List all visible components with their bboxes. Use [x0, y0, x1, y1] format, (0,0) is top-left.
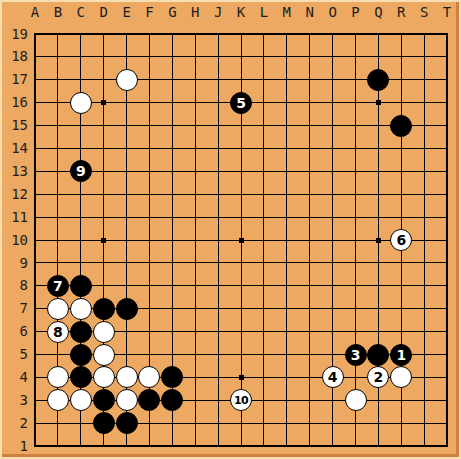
intersection-F15[interactable]	[138, 114, 161, 137]
intersection-B9[interactable]	[46, 252, 69, 275]
intersection-N3[interactable]	[298, 389, 321, 412]
intersection-H18[interactable]	[184, 45, 207, 68]
intersection-O11[interactable]	[321, 206, 344, 229]
intersection-C18[interactable]	[69, 45, 92, 68]
intersection-L2[interactable]	[253, 412, 276, 435]
intersection-E1[interactable]	[115, 435, 138, 458]
intersection-B13[interactable]	[46, 160, 69, 183]
intersection-E4[interactable]	[115, 366, 138, 389]
intersection-G19[interactable]	[161, 23, 184, 46]
intersection-H8[interactable]	[184, 274, 207, 297]
intersection-P7[interactable]	[344, 297, 367, 320]
intersection-G16[interactable]	[161, 91, 184, 114]
intersection-S12[interactable]	[413, 183, 436, 206]
intersection-H19[interactable]	[184, 23, 207, 46]
intersection-C8[interactable]	[69, 274, 92, 297]
intersection-Q19[interactable]	[367, 23, 390, 46]
intersection-A11[interactable]	[24, 206, 47, 229]
intersection-J12[interactable]	[207, 183, 230, 206]
intersection-N15[interactable]	[298, 114, 321, 137]
intersection-D3[interactable]	[92, 389, 115, 412]
intersection-M19[interactable]	[275, 23, 298, 46]
intersection-R12[interactable]	[390, 183, 413, 206]
intersection-L7[interactable]	[253, 297, 276, 320]
intersection-T18[interactable]	[436, 45, 459, 68]
intersection-B11[interactable]	[46, 206, 69, 229]
intersection-Q10[interactable]	[367, 229, 390, 252]
intersection-T2[interactable]	[436, 412, 459, 435]
intersection-L10[interactable]	[253, 229, 276, 252]
intersection-T14[interactable]	[436, 137, 459, 160]
intersection-D17[interactable]	[92, 68, 115, 91]
intersection-G12[interactable]	[161, 183, 184, 206]
intersection-T4[interactable]	[436, 366, 459, 389]
intersection-B2[interactable]	[46, 412, 69, 435]
intersection-M9[interactable]	[275, 252, 298, 275]
intersection-G10[interactable]	[161, 229, 184, 252]
intersection-E10[interactable]	[115, 229, 138, 252]
intersection-L4[interactable]	[253, 366, 276, 389]
intersection-H1[interactable]	[184, 435, 207, 458]
intersection-B1[interactable]	[46, 435, 69, 458]
intersection-M1[interactable]	[275, 435, 298, 458]
intersection-D4[interactable]	[92, 366, 115, 389]
intersection-M8[interactable]	[275, 274, 298, 297]
intersection-M14[interactable]	[275, 137, 298, 160]
intersection-N18[interactable]	[298, 45, 321, 68]
intersection-O6[interactable]	[321, 320, 344, 343]
intersection-R5[interactable]: 1	[390, 343, 413, 366]
intersection-N13[interactable]	[298, 160, 321, 183]
intersection-Q4[interactable]: 2	[367, 366, 390, 389]
intersection-P13[interactable]	[344, 160, 367, 183]
intersection-N1[interactable]	[298, 435, 321, 458]
intersection-H9[interactable]	[184, 252, 207, 275]
intersection-C14[interactable]	[69, 137, 92, 160]
intersection-A6[interactable]	[24, 320, 47, 343]
intersection-T1[interactable]	[436, 435, 459, 458]
intersection-D15[interactable]	[92, 114, 115, 137]
intersection-S10[interactable]	[413, 229, 436, 252]
intersection-G7[interactable]	[161, 297, 184, 320]
intersection-D8[interactable]	[92, 274, 115, 297]
intersection-R8[interactable]	[390, 274, 413, 297]
intersection-S6[interactable]	[413, 320, 436, 343]
intersection-B15[interactable]	[46, 114, 69, 137]
intersection-A19[interactable]	[24, 23, 47, 46]
intersection-E8[interactable]	[115, 274, 138, 297]
intersection-F18[interactable]	[138, 45, 161, 68]
intersection-R16[interactable]	[390, 91, 413, 114]
intersection-O5[interactable]	[321, 343, 344, 366]
intersection-K7[interactable]	[230, 297, 253, 320]
intersection-Q15[interactable]	[367, 114, 390, 137]
intersection-O17[interactable]	[321, 68, 344, 91]
intersection-C17[interactable]	[69, 68, 92, 91]
intersection-N4[interactable]	[298, 366, 321, 389]
intersection-E12[interactable]	[115, 183, 138, 206]
intersection-B7[interactable]	[46, 297, 69, 320]
intersection-Q14[interactable]	[367, 137, 390, 160]
intersection-N9[interactable]	[298, 252, 321, 275]
intersection-N19[interactable]	[298, 23, 321, 46]
intersection-T17[interactable]	[436, 68, 459, 91]
intersection-A10[interactable]	[24, 229, 47, 252]
intersection-D18[interactable]	[92, 45, 115, 68]
intersection-P10[interactable]	[344, 229, 367, 252]
intersection-E9[interactable]	[115, 252, 138, 275]
intersection-Q17[interactable]	[367, 68, 390, 91]
intersection-O10[interactable]	[321, 229, 344, 252]
intersection-S1[interactable]	[413, 435, 436, 458]
intersection-Q7[interactable]	[367, 297, 390, 320]
intersection-B19[interactable]	[46, 23, 69, 46]
intersection-K4[interactable]	[230, 366, 253, 389]
intersection-M17[interactable]	[275, 68, 298, 91]
intersection-S9[interactable]	[413, 252, 436, 275]
intersection-R3[interactable]	[390, 389, 413, 412]
intersection-C3[interactable]	[69, 389, 92, 412]
intersection-L11[interactable]	[253, 206, 276, 229]
intersection-A15[interactable]	[24, 114, 47, 137]
intersection-O9[interactable]	[321, 252, 344, 275]
intersection-Q6[interactable]	[367, 320, 390, 343]
intersection-D16[interactable]	[92, 91, 115, 114]
intersection-K8[interactable]	[230, 274, 253, 297]
intersection-K16[interactable]: 5	[230, 91, 253, 114]
intersection-L14[interactable]	[253, 137, 276, 160]
intersection-L19[interactable]	[253, 23, 276, 46]
intersection-T13[interactable]	[436, 160, 459, 183]
intersection-D11[interactable]	[92, 206, 115, 229]
intersection-R9[interactable]	[390, 252, 413, 275]
intersection-S8[interactable]	[413, 274, 436, 297]
intersection-N12[interactable]	[298, 183, 321, 206]
intersection-F10[interactable]	[138, 229, 161, 252]
intersection-A16[interactable]	[24, 91, 47, 114]
intersection-F12[interactable]	[138, 183, 161, 206]
intersection-E19[interactable]	[115, 23, 138, 46]
intersection-C6[interactable]	[69, 320, 92, 343]
intersection-A8[interactable]	[24, 274, 47, 297]
intersection-K5[interactable]	[230, 343, 253, 366]
intersection-L6[interactable]	[253, 320, 276, 343]
intersection-C9[interactable]	[69, 252, 92, 275]
intersection-A1[interactable]	[24, 435, 47, 458]
intersection-M6[interactable]	[275, 320, 298, 343]
intersection-P14[interactable]	[344, 137, 367, 160]
intersection-J16[interactable]	[207, 91, 230, 114]
intersection-S3[interactable]	[413, 389, 436, 412]
intersection-H4[interactable]	[184, 366, 207, 389]
intersection-L3[interactable]	[253, 389, 276, 412]
intersection-O12[interactable]	[321, 183, 344, 206]
intersection-M18[interactable]	[275, 45, 298, 68]
intersection-R19[interactable]	[390, 23, 413, 46]
intersection-T15[interactable]	[436, 114, 459, 137]
intersection-N6[interactable]	[298, 320, 321, 343]
intersection-G15[interactable]	[161, 114, 184, 137]
intersection-A12[interactable]	[24, 183, 47, 206]
intersection-K19[interactable]	[230, 23, 253, 46]
intersection-C11[interactable]	[69, 206, 92, 229]
intersection-P12[interactable]	[344, 183, 367, 206]
intersection-O15[interactable]	[321, 114, 344, 137]
intersection-O1[interactable]	[321, 435, 344, 458]
intersection-A7[interactable]	[24, 297, 47, 320]
intersection-B10[interactable]	[46, 229, 69, 252]
intersection-L9[interactable]	[253, 252, 276, 275]
intersection-T8[interactable]	[436, 274, 459, 297]
intersection-A13[interactable]	[24, 160, 47, 183]
intersection-B6[interactable]: 8	[46, 320, 69, 343]
intersection-D1[interactable]	[92, 435, 115, 458]
intersection-R17[interactable]	[390, 68, 413, 91]
intersection-P19[interactable]	[344, 23, 367, 46]
intersection-Q2[interactable]	[367, 412, 390, 435]
intersection-S18[interactable]	[413, 45, 436, 68]
intersection-H3[interactable]	[184, 389, 207, 412]
intersection-F19[interactable]	[138, 23, 161, 46]
intersection-K11[interactable]	[230, 206, 253, 229]
intersection-R18[interactable]	[390, 45, 413, 68]
intersection-B14[interactable]	[46, 137, 69, 160]
intersection-K18[interactable]	[230, 45, 253, 68]
intersection-G17[interactable]	[161, 68, 184, 91]
intersection-F13[interactable]	[138, 160, 161, 183]
intersection-Q1[interactable]	[367, 435, 390, 458]
intersection-S14[interactable]	[413, 137, 436, 160]
intersection-E2[interactable]	[115, 412, 138, 435]
intersection-M16[interactable]	[275, 91, 298, 114]
intersection-T12[interactable]	[436, 183, 459, 206]
intersection-C4[interactable]	[69, 366, 92, 389]
intersection-R1[interactable]	[390, 435, 413, 458]
intersection-S7[interactable]	[413, 297, 436, 320]
intersection-K12[interactable]	[230, 183, 253, 206]
intersection-P3[interactable]	[344, 389, 367, 412]
intersection-Q8[interactable]	[367, 274, 390, 297]
intersection-T10[interactable]	[436, 229, 459, 252]
intersection-G18[interactable]	[161, 45, 184, 68]
intersection-D12[interactable]	[92, 183, 115, 206]
intersection-K3[interactable]: 10	[230, 389, 253, 412]
intersection-R13[interactable]	[390, 160, 413, 183]
intersection-R11[interactable]	[390, 206, 413, 229]
intersection-P16[interactable]	[344, 91, 367, 114]
intersection-H16[interactable]	[184, 91, 207, 114]
intersection-J11[interactable]	[207, 206, 230, 229]
intersection-E15[interactable]	[115, 114, 138, 137]
intersection-A5[interactable]	[24, 343, 47, 366]
intersection-C2[interactable]	[69, 412, 92, 435]
intersection-D10[interactable]	[92, 229, 115, 252]
intersection-P6[interactable]	[344, 320, 367, 343]
intersection-O2[interactable]	[321, 412, 344, 435]
intersection-G14[interactable]	[161, 137, 184, 160]
intersection-O16[interactable]	[321, 91, 344, 114]
intersection-J3[interactable]	[207, 389, 230, 412]
intersection-N7[interactable]	[298, 297, 321, 320]
intersection-E3[interactable]	[115, 389, 138, 412]
intersection-K13[interactable]	[230, 160, 253, 183]
intersection-G9[interactable]	[161, 252, 184, 275]
intersection-H2[interactable]	[184, 412, 207, 435]
intersection-F4[interactable]	[138, 366, 161, 389]
intersection-N2[interactable]	[298, 412, 321, 435]
intersection-Q5[interactable]	[367, 343, 390, 366]
intersection-L8[interactable]	[253, 274, 276, 297]
intersection-S16[interactable]	[413, 91, 436, 114]
intersection-N11[interactable]	[298, 206, 321, 229]
intersection-P1[interactable]	[344, 435, 367, 458]
intersection-Q16[interactable]	[367, 91, 390, 114]
intersection-N17[interactable]	[298, 68, 321, 91]
intersection-A3[interactable]	[24, 389, 47, 412]
intersection-R4[interactable]	[390, 366, 413, 389]
intersection-G11[interactable]	[161, 206, 184, 229]
intersection-H6[interactable]	[184, 320, 207, 343]
intersection-A2[interactable]	[24, 412, 47, 435]
intersection-R2[interactable]	[390, 412, 413, 435]
intersection-L12[interactable]	[253, 183, 276, 206]
intersection-C7[interactable]	[69, 297, 92, 320]
intersection-J7[interactable]	[207, 297, 230, 320]
intersection-F5[interactable]	[138, 343, 161, 366]
intersection-K14[interactable]	[230, 137, 253, 160]
intersection-J2[interactable]	[207, 412, 230, 435]
intersection-C10[interactable]	[69, 229, 92, 252]
intersection-F3[interactable]	[138, 389, 161, 412]
intersection-J19[interactable]	[207, 23, 230, 46]
intersection-B18[interactable]	[46, 45, 69, 68]
intersection-B5[interactable]	[46, 343, 69, 366]
intersection-N14[interactable]	[298, 137, 321, 160]
intersection-M15[interactable]	[275, 114, 298, 137]
intersection-J4[interactable]	[207, 366, 230, 389]
intersection-H14[interactable]	[184, 137, 207, 160]
intersection-H17[interactable]	[184, 68, 207, 91]
intersection-E7[interactable]	[115, 297, 138, 320]
intersection-E13[interactable]	[115, 160, 138, 183]
intersection-J15[interactable]	[207, 114, 230, 137]
intersection-E16[interactable]	[115, 91, 138, 114]
intersection-T5[interactable]	[436, 343, 459, 366]
intersection-S15[interactable]	[413, 114, 436, 137]
intersection-D6[interactable]	[92, 320, 115, 343]
intersection-B12[interactable]	[46, 183, 69, 206]
intersection-J14[interactable]	[207, 137, 230, 160]
intersection-E18[interactable]	[115, 45, 138, 68]
intersection-O4[interactable]: 4	[321, 366, 344, 389]
intersection-L5[interactable]	[253, 343, 276, 366]
intersection-F2[interactable]	[138, 412, 161, 435]
intersection-K10[interactable]	[230, 229, 253, 252]
intersection-G6[interactable]	[161, 320, 184, 343]
intersection-F17[interactable]	[138, 68, 161, 91]
intersection-R6[interactable]	[390, 320, 413, 343]
intersection-P2[interactable]	[344, 412, 367, 435]
intersection-L13[interactable]	[253, 160, 276, 183]
intersection-G2[interactable]	[161, 412, 184, 435]
intersection-C16[interactable]	[69, 91, 92, 114]
intersection-Q18[interactable]	[367, 45, 390, 68]
intersection-P17[interactable]	[344, 68, 367, 91]
intersection-F9[interactable]	[138, 252, 161, 275]
intersection-D2[interactable]	[92, 412, 115, 435]
intersection-S17[interactable]	[413, 68, 436, 91]
intersection-T19[interactable]	[436, 23, 459, 46]
intersection-F16[interactable]	[138, 91, 161, 114]
intersection-S11[interactable]	[413, 206, 436, 229]
intersection-N10[interactable]	[298, 229, 321, 252]
intersection-C1[interactable]	[69, 435, 92, 458]
intersection-O19[interactable]	[321, 23, 344, 46]
intersection-L16[interactable]	[253, 91, 276, 114]
intersection-O8[interactable]	[321, 274, 344, 297]
intersection-T7[interactable]	[436, 297, 459, 320]
intersection-O7[interactable]	[321, 297, 344, 320]
intersection-A4[interactable]	[24, 366, 47, 389]
intersection-Q11[interactable]	[367, 206, 390, 229]
intersection-F7[interactable]	[138, 297, 161, 320]
intersection-L18[interactable]	[253, 45, 276, 68]
intersection-P18[interactable]	[344, 45, 367, 68]
intersection-B3[interactable]	[46, 389, 69, 412]
intersection-C15[interactable]	[69, 114, 92, 137]
intersection-O13[interactable]	[321, 160, 344, 183]
intersection-J1[interactable]	[207, 435, 230, 458]
intersection-D13[interactable]	[92, 160, 115, 183]
intersection-P11[interactable]	[344, 206, 367, 229]
intersection-T3[interactable]	[436, 389, 459, 412]
intersection-B8[interactable]: 7	[46, 274, 69, 297]
intersection-S19[interactable]	[413, 23, 436, 46]
intersection-M4[interactable]	[275, 366, 298, 389]
intersection-A9[interactable]	[24, 252, 47, 275]
intersection-C13[interactable]: 9	[69, 160, 92, 183]
intersection-D9[interactable]	[92, 252, 115, 275]
intersection-K2[interactable]	[230, 412, 253, 435]
intersection-G3[interactable]	[161, 389, 184, 412]
intersection-H13[interactable]	[184, 160, 207, 183]
intersection-N16[interactable]	[298, 91, 321, 114]
intersection-A17[interactable]	[24, 68, 47, 91]
intersection-H10[interactable]	[184, 229, 207, 252]
intersection-R14[interactable]	[390, 137, 413, 160]
intersection-T11[interactable]	[436, 206, 459, 229]
intersection-J17[interactable]	[207, 68, 230, 91]
intersection-T16[interactable]	[436, 91, 459, 114]
intersection-Q12[interactable]	[367, 183, 390, 206]
intersection-C5[interactable]	[69, 343, 92, 366]
intersection-P8[interactable]	[344, 274, 367, 297]
intersection-B16[interactable]	[46, 91, 69, 114]
intersection-C12[interactable]	[69, 183, 92, 206]
intersection-E17[interactable]	[115, 68, 138, 91]
intersection-L1[interactable]	[253, 435, 276, 458]
intersection-B17[interactable]	[46, 68, 69, 91]
intersection-D5[interactable]	[92, 343, 115, 366]
intersection-T9[interactable]	[436, 252, 459, 275]
intersection-C19[interactable]	[69, 23, 92, 46]
intersection-G4[interactable]	[161, 366, 184, 389]
intersection-E6[interactable]	[115, 320, 138, 343]
intersection-O14[interactable]	[321, 137, 344, 160]
intersection-J5[interactable]	[207, 343, 230, 366]
intersection-M13[interactable]	[275, 160, 298, 183]
intersection-Q9[interactable]	[367, 252, 390, 275]
